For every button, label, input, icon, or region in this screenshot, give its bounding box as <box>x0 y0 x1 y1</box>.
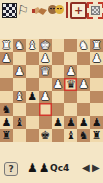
black-p-piece: ♟ <box>92 117 102 128</box>
white-p-piece: ♟ <box>79 79 89 90</box>
square-h1[interactable]: ♜ <box>0 39 13 52</box>
square-b3[interactable] <box>77 65 90 78</box>
square-h8[interactable]: ♜ <box>0 129 13 142</box>
white-b-piece: ♝ <box>27 40 37 51</box>
square-d4[interactable]: ♟ <box>52 78 65 91</box>
square-e4[interactable] <box>39 78 52 91</box>
square-f3[interactable] <box>26 65 39 78</box>
white-p-piece: ♟ <box>14 66 24 77</box>
square-c2[interactable] <box>64 52 77 65</box>
square-h3[interactable] <box>0 65 13 78</box>
square-a3[interactable] <box>90 65 103 78</box>
square-f2[interactable] <box>26 52 39 65</box>
resign-flag-icon[interactable]: ⚐ <box>16 2 31 19</box>
white-b-piece: ♝ <box>14 91 24 102</box>
square-a5[interactable] <box>90 91 103 104</box>
square-d7[interactable]: ♟ <box>52 116 65 129</box>
square-f1[interactable]: ♝ <box>26 39 39 52</box>
board-editor-button[interactable] <box>87 2 103 19</box>
square-h2[interactable]: ♟ <box>0 52 13 65</box>
black-p-piece: ♟ <box>79 117 89 128</box>
square-e2[interactable]: ♟ <box>39 52 52 65</box>
captured-black-pawn: ♟ <box>39 161 51 175</box>
square-g8[interactable] <box>13 129 26 142</box>
square-h5[interactable] <box>0 91 13 104</box>
black-b-piece: ♝ <box>66 130 76 141</box>
square-b8[interactable]: ♞ <box>77 129 90 142</box>
square-b5[interactable] <box>77 91 90 104</box>
black-p-piece: ♟ <box>53 117 63 128</box>
square-e3[interactable]: ♛ <box>39 65 52 78</box>
white-n-piece: ♞ <box>14 40 24 51</box>
face-right <box>55 5 64 14</box>
white-p-piece: ♟ <box>40 53 50 64</box>
black-p-piece: ♟ <box>2 117 12 128</box>
square-g1[interactable]: ♞ <box>13 39 26 52</box>
chess-app: ⚐ + ♜♞♝♚♞♜♟♟♟♟♛♟♟♛♟♝♟♟♞♟♝♟♟♟♟♜♚♝♞♜ ? ♟♟ … <box>0 0 103 183</box>
black-n-piece: ♞ <box>79 130 89 141</box>
toolbar-divider <box>66 2 68 18</box>
white-n-piece: ♞ <box>79 40 89 51</box>
black-q-piece: ♛ <box>66 79 76 90</box>
square-c7[interactable]: ♟ <box>64 116 77 129</box>
black-n-piece: ♞ <box>2 104 12 115</box>
square-a1[interactable]: ♜ <box>90 39 103 52</box>
square-b2[interactable] <box>77 52 90 65</box>
square-g6[interactable] <box>13 103 26 116</box>
help-button[interactable]: ? <box>4 162 18 176</box>
square-d2[interactable] <box>52 52 65 65</box>
undo-button[interactable]: ◀ <box>82 163 90 173</box>
square-d3[interactable] <box>52 65 65 78</box>
black-k-piece: ♚ <box>40 130 50 141</box>
square-g2[interactable] <box>13 52 26 65</box>
square-c3[interactable]: ♟ <box>64 65 77 78</box>
square-e6[interactable] <box>39 103 52 116</box>
black-r-piece: ♜ <box>2 130 12 141</box>
square-d6[interactable] <box>52 103 65 116</box>
square-a7[interactable]: ♟ <box>90 116 103 129</box>
bottom-bar: ? ♟♟ Qc4 ◀ ▶ <box>0 160 103 182</box>
square-b4[interactable]: ♟ <box>77 78 90 91</box>
square-h7[interactable]: ♟ <box>0 116 13 129</box>
square-c8[interactable]: ♝ <box>64 129 77 142</box>
redo-button[interactable]: ▶ <box>92 163 100 173</box>
square-h6[interactable]: ♞ <box>0 103 13 116</box>
square-c1[interactable] <box>64 39 77 52</box>
captured-black-pawn: ♟ <box>27 161 39 175</box>
square-e8[interactable]: ♚ <box>39 129 52 142</box>
players-faces-icon[interactable] <box>48 3 64 17</box>
chess-board: ♜♞♝♚♞♜♟♟♟♟♛♟♟♛♟♝♟♟♞♟♝♟♟♟♟♜♚♝♞♜ <box>0 39 103 142</box>
square-e7[interactable] <box>39 116 52 129</box>
white-q-piece: ♛ <box>40 66 50 77</box>
square-d8[interactable] <box>52 129 65 142</box>
square-a2[interactable]: ♟ <box>90 52 103 65</box>
square-c4[interactable]: ♛ <box>64 78 77 91</box>
square-b6[interactable] <box>77 103 90 116</box>
white-p-piece: ♟ <box>92 53 102 64</box>
captured-pieces-tray: ♟♟ <box>27 161 51 175</box>
white-p-piece: ♟ <box>40 91 50 102</box>
square-f4[interactable] <box>26 78 39 91</box>
square-c6[interactable] <box>64 103 77 116</box>
board-icon[interactable] <box>2 3 17 18</box>
black-b-piece: ♝ <box>14 117 24 128</box>
square-h4[interactable] <box>0 78 13 91</box>
square-d1[interactable] <box>52 39 65 52</box>
square-g3[interactable]: ♟ <box>13 65 26 78</box>
square-g4[interactable] <box>13 78 26 91</box>
white-r-piece: ♜ <box>92 40 102 51</box>
draw-handshake-icon[interactable] <box>32 3 47 17</box>
toolbar: ⚐ + <box>0 0 103 20</box>
white-p-piece: ♟ <box>66 66 76 77</box>
black-p-piece: ♟ <box>66 117 76 128</box>
white-p-piece: ♟ <box>53 79 63 90</box>
square-a6[interactable] <box>90 103 103 116</box>
square-c5[interactable] <box>64 91 77 104</box>
white-r-piece: ♜ <box>2 40 12 51</box>
square-b1[interactable]: ♞ <box>77 39 90 52</box>
mini-board-icon <box>91 6 100 15</box>
square-a8[interactable]: ♜ <box>90 129 103 142</box>
white-k-piece: ♚ <box>40 40 50 51</box>
black-r-piece: ♜ <box>92 130 102 141</box>
square-e5[interactable]: ♟ <box>39 91 52 104</box>
square-f7[interactable] <box>26 116 39 129</box>
white-p-piece: ♟ <box>2 53 12 64</box>
square-f8[interactable] <box>26 129 39 142</box>
square-b7[interactable]: ♟ <box>77 116 90 129</box>
square-a4[interactable] <box>90 78 103 91</box>
square-f5[interactable]: ♟ <box>26 91 39 104</box>
last-move-text: Qc4 <box>50 163 69 173</box>
square-e1[interactable]: ♚ <box>39 39 52 52</box>
square-g7[interactable]: ♝ <box>13 116 26 129</box>
square-g5[interactable]: ♝ <box>13 91 26 104</box>
black-p-piece: ♟ <box>27 91 37 102</box>
square-f6[interactable] <box>26 103 39 116</box>
square-d5[interactable] <box>52 91 65 104</box>
new-game-button[interactable]: + <box>70 2 87 19</box>
